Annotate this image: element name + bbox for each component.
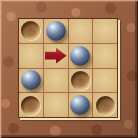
cell-r3c1[interactable] [19,69,43,93]
cell-r3c2[interactable] [44,69,68,93]
hole [71,71,90,90]
cell-r4c3[interactable] [69,93,93,117]
cell-r1c1[interactable] [19,19,43,43]
marble[interactable] [46,21,66,41]
playing-field [18,18,118,118]
game-board [0,0,138,138]
cell-r1c4[interactable] [93,19,117,43]
cell-r2c2[interactable] [44,44,68,68]
cell-r1c2[interactable] [44,19,68,43]
marble[interactable] [21,70,41,90]
marble[interactable] [70,46,90,66]
marble[interactable] [70,95,90,115]
cell-r4c1[interactable] [19,93,43,117]
cell-r4c2[interactable] [44,93,68,117]
cell-r2c1[interactable] [19,44,43,68]
arrow-right-icon[interactable] [45,47,67,65]
cell-r3c4[interactable] [93,69,117,93]
cell-r2c4[interactable] [93,44,117,68]
hole [21,21,40,40]
cell-r3c3[interactable] [69,69,93,93]
cell-r2c3[interactable] [69,44,93,68]
cell-r1c3[interactable] [69,19,93,43]
hole [21,96,40,115]
cell-r4c4[interactable] [93,93,117,117]
hole [96,96,115,115]
